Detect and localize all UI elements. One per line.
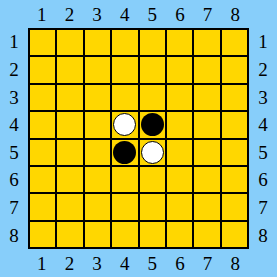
board-cell-8-6[interactable]	[222, 167, 247, 192]
board-cell-1-7[interactable]	[30, 194, 55, 219]
board-cell-3-2[interactable]	[85, 57, 110, 82]
row-label: 6	[249, 166, 277, 194]
column-label: 5	[139, 0, 167, 28]
column-labels-bottom: 12345678	[28, 249, 249, 277]
board-cell-1-4[interactable]	[30, 112, 55, 137]
row-label: 6	[0, 166, 28, 194]
column-label: 4	[111, 0, 139, 28]
board-cell-7-6[interactable]	[194, 167, 219, 192]
board-cell-2-3[interactable]	[57, 85, 82, 110]
board-cell-4-8[interactable]	[112, 222, 137, 247]
white-disc	[141, 141, 164, 164]
row-label: 8	[249, 221, 277, 249]
board-cell-8-8[interactable]	[222, 222, 247, 247]
row-label: 5	[249, 139, 277, 167]
column-labels-top: 12345678	[28, 0, 249, 28]
column-label: 8	[221, 0, 249, 28]
row-label: 3	[249, 83, 277, 111]
board-grid	[28, 28, 249, 249]
board-cell-3-1[interactable]	[85, 30, 110, 55]
board-cell-2-1[interactable]	[57, 30, 82, 55]
board-cell-3-3[interactable]	[85, 85, 110, 110]
board-cell-6-2[interactable]	[167, 57, 192, 82]
board-cell-8-7[interactable]	[222, 194, 247, 219]
board-cell-2-4[interactable]	[57, 112, 82, 137]
white-disc	[113, 113, 136, 136]
board-cell-2-7[interactable]	[57, 194, 82, 219]
row-label: 3	[0, 83, 28, 111]
board-cell-8-3[interactable]	[222, 85, 247, 110]
row-label: 4	[0, 111, 28, 139]
row-label: 5	[0, 139, 28, 167]
column-label: 7	[194, 0, 222, 28]
board-cell-5-4[interactable]	[140, 112, 165, 137]
black-disc	[141, 113, 164, 136]
board-cell-2-8[interactable]	[57, 222, 82, 247]
board-cell-4-5[interactable]	[112, 140, 137, 165]
black-disc	[113, 141, 136, 164]
column-label: 1	[28, 0, 56, 28]
board-cell-7-2[interactable]	[194, 57, 219, 82]
board-cell-1-5[interactable]	[30, 140, 55, 165]
board-cell-5-1[interactable]	[140, 30, 165, 55]
row-labels-right: 12345678	[249, 28, 277, 249]
board-cell-6-7[interactable]	[167, 194, 192, 219]
board-cell-4-7[interactable]	[112, 194, 137, 219]
board-cell-5-2[interactable]	[140, 57, 165, 82]
column-label: 1	[28, 249, 56, 277]
board-cell-7-7[interactable]	[194, 194, 219, 219]
board-cell-7-4[interactable]	[194, 112, 219, 137]
board-cell-5-6[interactable]	[140, 167, 165, 192]
column-label: 6	[166, 249, 194, 277]
board-cell-4-2[interactable]	[112, 57, 137, 82]
column-label: 2	[56, 249, 84, 277]
board-cell-3-7[interactable]	[85, 194, 110, 219]
row-label: 8	[0, 221, 28, 249]
board-cell-1-8[interactable]	[30, 222, 55, 247]
board-cell-6-8[interactable]	[167, 222, 192, 247]
board-cell-7-8[interactable]	[194, 222, 219, 247]
board-cell-7-5[interactable]	[194, 140, 219, 165]
row-labels-left: 12345678	[0, 28, 28, 249]
board-cell-4-1[interactable]	[112, 30, 137, 55]
othello-board-window: 12345678 12345678 12345678 12345678	[0, 0, 277, 277]
board-cell-2-6[interactable]	[57, 167, 82, 192]
board-cell-6-1[interactable]	[167, 30, 192, 55]
board-cell-5-8[interactable]	[140, 222, 165, 247]
board-cell-5-3[interactable]	[140, 85, 165, 110]
board-cell-7-1[interactable]	[194, 30, 219, 55]
column-label: 5	[139, 249, 167, 277]
board-cell-4-3[interactable]	[112, 85, 137, 110]
board-cell-2-2[interactable]	[57, 57, 82, 82]
row-label: 2	[249, 56, 277, 84]
column-label: 4	[111, 249, 139, 277]
board-cell-6-4[interactable]	[167, 112, 192, 137]
board-cell-1-6[interactable]	[30, 167, 55, 192]
board-cell-8-5[interactable]	[222, 140, 247, 165]
board-cell-1-1[interactable]	[30, 30, 55, 55]
board-cell-8-4[interactable]	[222, 112, 247, 137]
row-label: 7	[0, 194, 28, 222]
board-cell-3-4[interactable]	[85, 112, 110, 137]
board-cell-6-5[interactable]	[167, 140, 192, 165]
column-label: 3	[83, 249, 111, 277]
board-cell-8-2[interactable]	[222, 57, 247, 82]
column-label: 7	[194, 249, 222, 277]
board-cell-8-1[interactable]	[222, 30, 247, 55]
row-label: 1	[0, 28, 28, 56]
row-label: 2	[0, 56, 28, 84]
board-cell-1-3[interactable]	[30, 85, 55, 110]
board-cell-3-8[interactable]	[85, 222, 110, 247]
row-label: 7	[249, 194, 277, 222]
row-label: 4	[249, 111, 277, 139]
board-cell-7-3[interactable]	[194, 85, 219, 110]
column-label: 3	[83, 0, 111, 28]
board-cell-4-4[interactable]	[112, 112, 137, 137]
column-label: 8	[221, 249, 249, 277]
column-label: 2	[56, 0, 84, 28]
column-label: 6	[166, 0, 194, 28]
board-cell-5-7[interactable]	[140, 194, 165, 219]
board-cell-5-5[interactable]	[140, 140, 165, 165]
board-cell-6-6[interactable]	[167, 167, 192, 192]
board-cell-1-2[interactable]	[30, 57, 55, 82]
board-cell-4-6[interactable]	[112, 167, 137, 192]
board-cell-3-6[interactable]	[85, 167, 110, 192]
board-cell-2-5[interactable]	[57, 140, 82, 165]
board-cell-3-5[interactable]	[85, 140, 110, 165]
row-label: 1	[249, 28, 277, 56]
board-cell-6-3[interactable]	[167, 85, 192, 110]
